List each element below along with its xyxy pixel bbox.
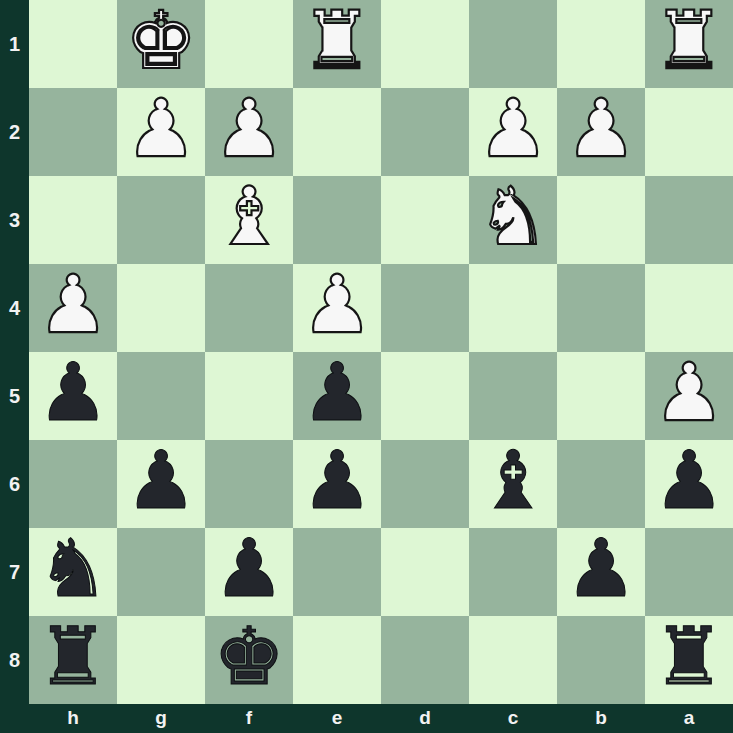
square-g8[interactable] [117,616,205,704]
square-g7[interactable] [117,528,205,616]
black-knight[interactable]: ♞ [37,525,109,613]
square-e3[interactable] [293,176,381,264]
square-b5[interactable] [557,352,645,440]
white-pawn[interactable]: ♟ [301,261,373,349]
square-a5[interactable]: ♟ [645,352,733,440]
rank-label-7: 7 [0,528,29,616]
white-king[interactable]: ♚ [125,0,197,85]
square-e5[interactable]: ♟ [293,352,381,440]
square-h6[interactable] [29,440,117,528]
square-b6[interactable] [557,440,645,528]
square-g3[interactable] [117,176,205,264]
file-label-c: c [469,704,557,733]
square-c2[interactable]: ♟ [469,88,557,176]
square-g1[interactable]: ♚ [117,0,205,88]
square-b8[interactable] [557,616,645,704]
square-c7[interactable] [469,528,557,616]
square-h8[interactable]: ♜ [29,616,117,704]
white-pawn[interactable]: ♟ [565,85,637,173]
square-d7[interactable] [381,528,469,616]
rank-label-6: 6 [0,440,29,528]
white-pawn[interactable]: ♟ [125,85,197,173]
square-c1[interactable] [469,0,557,88]
gutter-corner [0,704,29,733]
square-f6[interactable] [205,440,293,528]
black-pawn[interactable]: ♟ [301,437,373,525]
square-b1[interactable] [557,0,645,88]
square-d3[interactable] [381,176,469,264]
file-label-a: a [645,704,733,733]
rank-labels: 12345678 [0,0,29,704]
square-f8[interactable]: ♚ [205,616,293,704]
black-king[interactable]: ♚ [213,613,285,701]
square-b4[interactable] [557,264,645,352]
white-pawn[interactable]: ♟ [477,85,549,173]
white-rook[interactable]: ♜ [301,0,373,85]
square-h4[interactable]: ♟ [29,264,117,352]
square-a7[interactable] [645,528,733,616]
white-pawn[interactable]: ♟ [213,85,285,173]
black-rook[interactable]: ♜ [653,613,725,701]
square-e7[interactable] [293,528,381,616]
square-h1[interactable] [29,0,117,88]
white-pawn[interactable]: ♟ [37,261,109,349]
white-pawn[interactable]: ♟ [653,349,725,437]
square-d5[interactable] [381,352,469,440]
rank-label-1: 1 [0,0,29,88]
rank-label-3: 3 [0,176,29,264]
square-b2[interactable]: ♟ [557,88,645,176]
square-a3[interactable] [645,176,733,264]
square-c6[interactable]: ♝ [469,440,557,528]
square-b7[interactable]: ♟ [557,528,645,616]
white-bishop[interactable]: ♝ [213,173,285,261]
square-c5[interactable] [469,352,557,440]
square-d8[interactable] [381,616,469,704]
file-label-d: d [381,704,469,733]
file-label-g: g [117,704,205,733]
file-label-h: h [29,704,117,733]
rank-label-8: 8 [0,616,29,704]
rank-label-5: 5 [0,352,29,440]
black-bishop[interactable]: ♝ [477,437,549,525]
square-f1[interactable] [205,0,293,88]
rank-label-2: 2 [0,88,29,176]
square-e4[interactable]: ♟ [293,264,381,352]
square-d4[interactable] [381,264,469,352]
square-a8[interactable]: ♜ [645,616,733,704]
white-rook[interactable]: ♜ [653,0,725,85]
square-f2[interactable]: ♟ [205,88,293,176]
square-b3[interactable] [557,176,645,264]
square-d6[interactable] [381,440,469,528]
chess-board-panel: 12345678 ♚♜♜♟♟♟♟♝♞♟♟♟♟♟♟♟♝♟♞♟♟♜♚♜ hgfedc… [0,0,733,733]
black-rook[interactable]: ♜ [37,613,109,701]
square-d2[interactable] [381,88,469,176]
square-c3[interactable]: ♞ [469,176,557,264]
square-a6[interactable]: ♟ [645,440,733,528]
square-a1[interactable]: ♜ [645,0,733,88]
black-pawn[interactable]: ♟ [653,437,725,525]
chess-board: ♚♜♜♟♟♟♟♝♞♟♟♟♟♟♟♟♝♟♞♟♟♜♚♜ [29,0,733,704]
black-pawn[interactable]: ♟ [213,525,285,613]
file-label-e: e [293,704,381,733]
square-f5[interactable] [205,352,293,440]
square-e1[interactable]: ♜ [293,0,381,88]
square-e8[interactable] [293,616,381,704]
square-g4[interactable] [117,264,205,352]
black-pawn[interactable]: ♟ [565,525,637,613]
square-g2[interactable]: ♟ [117,88,205,176]
rank-label-4: 4 [0,264,29,352]
square-f4[interactable] [205,264,293,352]
square-h3[interactable] [29,176,117,264]
square-e6[interactable]: ♟ [293,440,381,528]
file-labels: hgfedcba [29,704,733,733]
square-c8[interactable] [469,616,557,704]
black-pawn[interactable]: ♟ [301,349,373,437]
square-f7[interactable]: ♟ [205,528,293,616]
square-h2[interactable] [29,88,117,176]
file-label-f: f [205,704,293,733]
square-g6[interactable]: ♟ [117,440,205,528]
file-label-b: b [557,704,645,733]
black-pawn[interactable]: ♟ [125,437,197,525]
square-h7[interactable]: ♞ [29,528,117,616]
square-a4[interactable] [645,264,733,352]
square-d1[interactable] [381,0,469,88]
white-knight[interactable]: ♞ [477,173,549,261]
square-e2[interactable] [293,88,381,176]
square-g5[interactable] [117,352,205,440]
square-f3[interactable]: ♝ [205,176,293,264]
black-pawn[interactable]: ♟ [37,349,109,437]
square-a2[interactable] [645,88,733,176]
square-c4[interactable] [469,264,557,352]
square-h5[interactable]: ♟ [29,352,117,440]
